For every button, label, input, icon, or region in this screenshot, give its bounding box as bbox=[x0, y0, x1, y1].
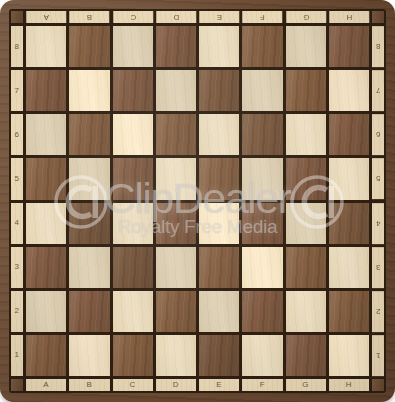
rank-label-left-2: 2 bbox=[11, 291, 23, 332]
square-f6 bbox=[242, 114, 282, 155]
square-c1 bbox=[113, 335, 153, 376]
square-d7 bbox=[156, 70, 196, 111]
square-c4 bbox=[113, 203, 153, 244]
square-a5 bbox=[26, 158, 66, 199]
square-d6 bbox=[156, 114, 196, 155]
square-b8 bbox=[69, 26, 109, 67]
square-h6 bbox=[329, 114, 369, 155]
square-b6 bbox=[69, 114, 109, 155]
square-h3 bbox=[329, 247, 369, 288]
square-b4 bbox=[69, 203, 109, 244]
square-e5 bbox=[199, 158, 239, 199]
rank-label-right-3: 3 bbox=[372, 247, 384, 288]
file-label-bottom-c: C bbox=[113, 379, 153, 391]
square-e2 bbox=[199, 291, 239, 332]
file-label-bottom-a: A bbox=[26, 379, 66, 391]
square-d8 bbox=[156, 26, 196, 67]
square-a4 bbox=[26, 203, 66, 244]
rank-label-right-8: 8 bbox=[372, 26, 384, 67]
file-label-bottom-b: B bbox=[69, 379, 109, 391]
square-g3 bbox=[286, 247, 326, 288]
square-f1 bbox=[242, 335, 282, 376]
file-label-top-g: G bbox=[286, 11, 326, 23]
rank-label-left-4: 4 bbox=[11, 203, 23, 244]
square-c6 bbox=[113, 114, 153, 155]
square-f3 bbox=[242, 247, 282, 288]
square-a8 bbox=[26, 26, 66, 67]
square-f4 bbox=[242, 203, 282, 244]
square-c5 bbox=[113, 158, 153, 199]
square-h2 bbox=[329, 291, 369, 332]
file-label-top-c: C bbox=[113, 11, 153, 23]
square-g5 bbox=[286, 158, 326, 199]
file-label-bottom-d: D bbox=[156, 379, 196, 391]
rank-label-right-2: 2 bbox=[372, 291, 384, 332]
square-g2 bbox=[286, 291, 326, 332]
file-label-top-e: E bbox=[199, 11, 239, 23]
rank-label-right-7: 7 bbox=[372, 70, 384, 111]
square-f8 bbox=[242, 26, 282, 67]
square-a3 bbox=[26, 247, 66, 288]
rank-label-left-8: 8 bbox=[11, 26, 23, 67]
rank-label-left-3: 3 bbox=[11, 247, 23, 288]
file-label-top-a: A bbox=[26, 11, 66, 23]
square-d5 bbox=[156, 158, 196, 199]
square-e8 bbox=[199, 26, 239, 67]
corner-cell bbox=[372, 379, 384, 391]
file-label-top-h: H bbox=[329, 11, 369, 23]
square-c7 bbox=[113, 70, 153, 111]
square-g8 bbox=[286, 26, 326, 67]
file-label-bottom-h: H bbox=[329, 379, 369, 391]
corner-cell bbox=[11, 11, 23, 23]
square-h1 bbox=[329, 335, 369, 376]
rank-label-left-5: 5 bbox=[11, 158, 23, 199]
square-a6 bbox=[26, 114, 66, 155]
file-label-top-f: F bbox=[242, 11, 282, 23]
square-e4 bbox=[199, 203, 239, 244]
square-b1 bbox=[69, 335, 109, 376]
square-e6 bbox=[199, 114, 239, 155]
square-h8 bbox=[329, 26, 369, 67]
square-b5 bbox=[69, 158, 109, 199]
rank-label-left-6: 6 bbox=[11, 114, 23, 155]
square-e7 bbox=[199, 70, 239, 111]
square-e3 bbox=[199, 247, 239, 288]
square-f7 bbox=[242, 70, 282, 111]
file-label-top-b: B bbox=[69, 11, 109, 23]
square-d1 bbox=[156, 335, 196, 376]
rank-label-right-1: 1 bbox=[372, 335, 384, 376]
square-b3 bbox=[69, 247, 109, 288]
file-label-bottom-g: G bbox=[286, 379, 326, 391]
file-label-bottom-f: F bbox=[242, 379, 282, 391]
rank-label-left-7: 7 bbox=[11, 70, 23, 111]
square-g7 bbox=[286, 70, 326, 111]
square-h4 bbox=[329, 203, 369, 244]
square-f2 bbox=[242, 291, 282, 332]
square-g6 bbox=[286, 114, 326, 155]
square-g4 bbox=[286, 203, 326, 244]
square-c8 bbox=[113, 26, 153, 67]
square-c3 bbox=[113, 247, 153, 288]
square-a2 bbox=[26, 291, 66, 332]
square-d4 bbox=[156, 203, 196, 244]
chessboard: ABCDEFGH8877665544332211ABCDEFGH bbox=[0, 0, 395, 402]
rank-label-right-4: 4 bbox=[372, 203, 384, 244]
file-label-bottom-e: E bbox=[199, 379, 239, 391]
rank-label-right-6: 6 bbox=[372, 114, 384, 155]
file-label-top-d: D bbox=[156, 11, 196, 23]
corner-cell bbox=[11, 379, 23, 391]
square-d3 bbox=[156, 247, 196, 288]
square-e1 bbox=[199, 335, 239, 376]
square-b2 bbox=[69, 291, 109, 332]
square-b7 bbox=[69, 70, 109, 111]
square-h5 bbox=[329, 158, 369, 199]
stock-photo-background: ABCDEFGH8877665544332211ABCDEFGH ClipDea… bbox=[0, 0, 395, 402]
square-c2 bbox=[113, 291, 153, 332]
corner-cell bbox=[372, 11, 384, 23]
square-a1 bbox=[26, 335, 66, 376]
square-f5 bbox=[242, 158, 282, 199]
board-grid: ABCDEFGH8877665544332211ABCDEFGH bbox=[9, 9, 386, 393]
square-d2 bbox=[156, 291, 196, 332]
rank-label-right-5: 5 bbox=[372, 158, 384, 199]
square-g1 bbox=[286, 335, 326, 376]
square-a7 bbox=[26, 70, 66, 111]
rank-label-left-1: 1 bbox=[11, 335, 23, 376]
square-h7 bbox=[329, 70, 369, 111]
